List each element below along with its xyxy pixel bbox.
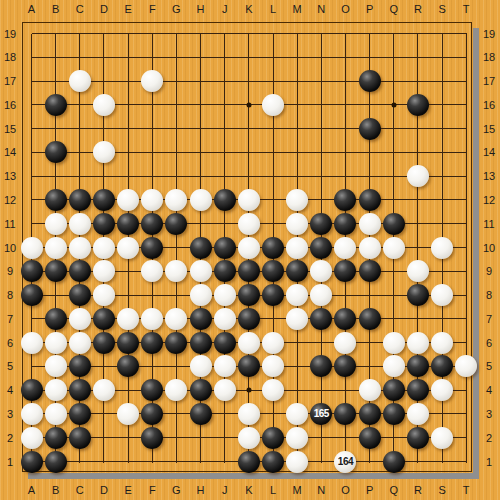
white-stone (383, 332, 405, 354)
white-stone (262, 332, 284, 354)
white-stone (45, 403, 67, 425)
white-stone (93, 284, 115, 306)
white-stone (310, 284, 332, 306)
board-shadow-right (473, 28, 479, 479)
white-stone (383, 355, 405, 377)
black-stone (359, 189, 381, 211)
white-stone (165, 379, 187, 401)
black-stone (93, 189, 115, 211)
coordinate-label: M (293, 4, 302, 15)
white-stone (286, 284, 308, 306)
black-stone (383, 403, 405, 425)
move-number-label: 165 (314, 409, 329, 419)
white-stone (238, 237, 260, 259)
white-stone (286, 308, 308, 330)
white-stone (45, 355, 67, 377)
grid-line-horizontal (32, 176, 468, 177)
coordinate-label: N (317, 485, 325, 496)
coordinate-label: 19 (4, 28, 16, 39)
white-stone (69, 70, 91, 92)
black-stone (141, 427, 163, 449)
coordinate-label: E (124, 4, 131, 15)
coordinate-label: H (197, 4, 205, 15)
black-stone (214, 332, 236, 354)
coordinate-label: C (76, 485, 84, 496)
black-stone (286, 260, 308, 282)
black-stone (45, 94, 67, 116)
coordinate-label: 17 (483, 76, 495, 87)
black-stone (431, 355, 453, 377)
star-point (391, 102, 396, 107)
black-stone (334, 213, 356, 235)
white-stone (334, 332, 356, 354)
white-stone (407, 403, 429, 425)
white-stone (286, 451, 308, 473)
black-stone (141, 379, 163, 401)
coordinate-label: 14 (483, 147, 495, 158)
black-stone (407, 355, 429, 377)
coordinate-label: O (341, 485, 350, 496)
black-stone (141, 403, 163, 425)
black-stone (45, 308, 67, 330)
white-stone (262, 94, 284, 116)
black-stone (262, 284, 284, 306)
black-stone (383, 451, 405, 473)
coordinate-label: D (100, 485, 108, 496)
coordinate-label: 16 (4, 99, 16, 110)
black-stone (310, 355, 332, 377)
white-stone (359, 213, 381, 235)
coordinate-label: F (149, 485, 156, 496)
white-stone (45, 237, 67, 259)
black-stone: 165 (310, 403, 332, 425)
black-stone (21, 451, 43, 473)
black-stone (165, 332, 187, 354)
white-stone (117, 308, 139, 330)
coordinate-label: 1 (486, 456, 492, 467)
coordinate-label: E (124, 485, 131, 496)
coordinate-label: 3 (7, 408, 13, 419)
coordinate-label: 17 (4, 76, 16, 87)
black-stone (45, 260, 67, 282)
coordinate-label: J (222, 4, 228, 15)
coordinate-label: 6 (486, 337, 492, 348)
white-stone (21, 332, 43, 354)
black-stone (117, 355, 139, 377)
coordinate-label: 7 (7, 313, 13, 324)
black-stone (45, 427, 67, 449)
coordinate-label: A (28, 4, 35, 15)
white-stone (117, 237, 139, 259)
white-stone (286, 427, 308, 449)
coordinate-label: 6 (7, 337, 13, 348)
black-stone (214, 260, 236, 282)
black-stone (21, 379, 43, 401)
black-stone (310, 237, 332, 259)
black-stone (69, 260, 91, 282)
white-stone (407, 165, 429, 187)
white-stone (238, 332, 260, 354)
black-stone (334, 260, 356, 282)
black-stone (45, 141, 67, 163)
white-stone (334, 237, 356, 259)
white-stone (286, 403, 308, 425)
coordinate-label: Q (389, 485, 398, 496)
coordinate-label: 15 (483, 123, 495, 134)
white-stone (117, 403, 139, 425)
coordinate-label: 8 (486, 290, 492, 301)
white-stone (45, 213, 67, 235)
move-number-label: 164 (338, 457, 353, 467)
black-stone (69, 284, 91, 306)
coordinate-label: 9 (486, 266, 492, 277)
white-stone (141, 189, 163, 211)
black-stone (359, 308, 381, 330)
coordinate-label: 5 (7, 361, 13, 372)
white-stone (21, 237, 43, 259)
white-stone (238, 427, 260, 449)
white-stone (45, 379, 67, 401)
white-stone (141, 70, 163, 92)
coordinate-label: 12 (483, 194, 495, 205)
coordinate-label: T (463, 4, 470, 15)
black-stone (93, 213, 115, 235)
coordinate-label: 13 (483, 171, 495, 182)
black-stone (359, 70, 381, 92)
coordinate-label: N (317, 4, 325, 15)
white-stone (262, 379, 284, 401)
white-stone (431, 332, 453, 354)
coordinate-label: L (270, 4, 276, 15)
coordinate-label: 3 (486, 408, 492, 419)
white-stone (214, 355, 236, 377)
white-stone (359, 379, 381, 401)
board-shadow-bottom (28, 473, 473, 479)
coordinate-label: 10 (483, 242, 495, 253)
star-point (246, 388, 251, 393)
black-stone (383, 213, 405, 235)
black-stone (69, 379, 91, 401)
grid-line-horizontal (32, 128, 468, 129)
coordinate-label: J (222, 485, 228, 496)
go-kifu-screen: { "game": "go", "board_size": 19, "board… (0, 0, 500, 500)
coordinate-label: G (172, 485, 181, 496)
black-stone (359, 260, 381, 282)
grid-line-horizontal (32, 33, 468, 34)
black-stone (141, 237, 163, 259)
coordinate-label: 11 (483, 218, 494, 229)
coordinate-label: C (76, 4, 84, 15)
black-stone (334, 355, 356, 377)
white-stone (69, 332, 91, 354)
coordinate-label: 18 (4, 52, 16, 63)
coordinate-label: K (245, 485, 252, 496)
black-stone (45, 189, 67, 211)
coordinate-label: 1 (7, 456, 13, 467)
black-stone (69, 427, 91, 449)
white-stone (165, 260, 187, 282)
coordinate-label: O (341, 4, 350, 15)
coordinate-label: G (172, 4, 181, 15)
coordinate-label: 14 (4, 147, 16, 158)
grid-line-horizontal (32, 81, 468, 82)
coordinate-label: Q (389, 4, 398, 15)
white-stone (383, 237, 405, 259)
black-stone (407, 284, 429, 306)
coordinate-label: 10 (4, 242, 16, 253)
white-stone (93, 379, 115, 401)
coordinate-label: 11 (4, 218, 15, 229)
black-stone (190, 237, 212, 259)
coordinate-label: B (52, 4, 59, 15)
black-stone (141, 332, 163, 354)
white-stone: 164 (334, 451, 356, 473)
coordinate-label: S (438, 4, 445, 15)
black-stone (334, 308, 356, 330)
black-stone (93, 308, 115, 330)
grid-line-horizontal (32, 57, 468, 58)
coordinate-label: K (245, 4, 252, 15)
black-stone (238, 284, 260, 306)
black-stone (359, 118, 381, 140)
black-stone (117, 213, 139, 235)
coordinate-label: 5 (486, 361, 492, 372)
white-stone (286, 237, 308, 259)
black-stone (214, 237, 236, 259)
star-point (246, 102, 251, 107)
white-stone (190, 355, 212, 377)
black-stone (69, 355, 91, 377)
black-stone (383, 379, 405, 401)
white-stone (69, 213, 91, 235)
white-stone (431, 427, 453, 449)
coordinate-label: 7 (486, 313, 492, 324)
white-stone (141, 260, 163, 282)
black-stone (262, 237, 284, 259)
black-stone (117, 332, 139, 354)
black-stone (407, 427, 429, 449)
white-stone (165, 308, 187, 330)
white-stone (21, 427, 43, 449)
black-stone (238, 355, 260, 377)
white-stone (117, 189, 139, 211)
white-stone (407, 332, 429, 354)
coordinate-label: 16 (483, 99, 495, 110)
white-stone (238, 403, 260, 425)
black-stone (141, 213, 163, 235)
coordinate-label: 4 (486, 385, 492, 396)
black-stone (359, 427, 381, 449)
white-stone (286, 213, 308, 235)
white-stone (165, 189, 187, 211)
black-stone (21, 260, 43, 282)
black-stone (262, 451, 284, 473)
coordinate-label: P (366, 4, 373, 15)
black-stone (93, 332, 115, 354)
white-stone (190, 189, 212, 211)
black-stone (238, 260, 260, 282)
white-stone (69, 237, 91, 259)
white-stone (286, 189, 308, 211)
white-stone (359, 237, 381, 259)
grid-line-vertical (466, 34, 467, 463)
black-stone (190, 332, 212, 354)
white-stone (93, 141, 115, 163)
coordinate-label: M (293, 485, 302, 496)
white-stone (431, 379, 453, 401)
black-stone (165, 213, 187, 235)
black-stone (262, 427, 284, 449)
white-stone (45, 332, 67, 354)
coordinate-label: 12 (4, 194, 16, 205)
coordinate-label: 4 (7, 385, 13, 396)
black-stone (359, 403, 381, 425)
black-stone (190, 379, 212, 401)
coordinate-label: D (100, 4, 108, 15)
coordinate-label: S (438, 485, 445, 496)
coordinate-label: T (463, 485, 470, 496)
white-stone (69, 308, 91, 330)
black-stone (407, 94, 429, 116)
white-stone (93, 260, 115, 282)
coordinate-label: 8 (7, 290, 13, 301)
white-stone (431, 237, 453, 259)
coordinate-label: P (366, 485, 373, 496)
black-stone (190, 308, 212, 330)
white-stone (190, 260, 212, 282)
black-stone (334, 403, 356, 425)
white-stone (21, 403, 43, 425)
white-stone (238, 213, 260, 235)
coordinate-label: F (149, 4, 156, 15)
coordinate-label: 9 (7, 266, 13, 277)
black-stone (214, 189, 236, 211)
white-stone (262, 355, 284, 377)
black-stone (190, 403, 212, 425)
black-stone (334, 189, 356, 211)
white-stone (431, 284, 453, 306)
coordinate-label: B (52, 485, 59, 496)
coordinate-label: A (28, 485, 35, 496)
coordinate-label: 18 (483, 52, 495, 63)
black-stone (238, 308, 260, 330)
black-stone (45, 451, 67, 473)
coordinate-label: H (197, 485, 205, 496)
black-stone (262, 260, 284, 282)
white-stone (93, 237, 115, 259)
white-stone (455, 355, 477, 377)
coordinate-label: 2 (486, 432, 492, 443)
white-stone (214, 284, 236, 306)
black-stone (21, 284, 43, 306)
black-stone (407, 379, 429, 401)
black-stone (69, 189, 91, 211)
coordinate-label: 2 (7, 432, 13, 443)
white-stone (190, 284, 212, 306)
white-stone (141, 308, 163, 330)
black-stone (238, 451, 260, 473)
white-stone (310, 260, 332, 282)
black-stone (310, 308, 332, 330)
black-stone (69, 403, 91, 425)
coordinate-label: 13 (4, 171, 16, 182)
black-stone (310, 213, 332, 235)
coordinate-label: 15 (4, 123, 16, 134)
white-stone (214, 308, 236, 330)
white-stone (407, 260, 429, 282)
white-stone (93, 94, 115, 116)
coordinate-label: R (414, 4, 422, 15)
coordinate-label: R (414, 485, 422, 496)
white-stone (214, 379, 236, 401)
coordinate-label: 19 (483, 28, 495, 39)
white-stone (238, 189, 260, 211)
coordinate-label: L (270, 485, 276, 496)
